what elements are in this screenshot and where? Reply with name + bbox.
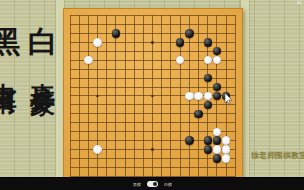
go-app-window: 黑 申真谞 白 辜梓豪 徐老师围棋教室 ✕ 黑棋 白棋 bbox=[0, 0, 304, 190]
grid-line-h bbox=[70, 167, 236, 168]
go-board[interactable] bbox=[63, 8, 243, 182]
black-stone bbox=[194, 110, 202, 118]
bottom-control-bar: 黑棋 白棋 bbox=[0, 177, 304, 190]
black-stone bbox=[176, 38, 184, 46]
star-point bbox=[96, 95, 99, 98]
star-point bbox=[151, 95, 154, 98]
black-stone bbox=[204, 101, 212, 109]
grid-line-v bbox=[161, 15, 162, 177]
black-stone bbox=[213, 47, 221, 55]
bar-white-label: 白棋 bbox=[164, 181, 172, 187]
bar-black-label: 黑棋 bbox=[133, 181, 141, 187]
black-stone bbox=[213, 136, 221, 144]
star-point bbox=[151, 148, 154, 151]
black-stone bbox=[112, 29, 120, 37]
toggle-knob bbox=[153, 182, 157, 186]
star-point bbox=[151, 41, 154, 44]
black-stone bbox=[204, 145, 212, 153]
white-stone bbox=[176, 56, 184, 64]
black-stone bbox=[213, 154, 221, 162]
white-stone bbox=[222, 136, 230, 144]
white-player-color-label: 白 bbox=[28, 27, 58, 57]
white-stone bbox=[204, 56, 212, 64]
black-stone bbox=[204, 74, 212, 82]
white-stone bbox=[84, 56, 92, 64]
black-stone bbox=[185, 29, 193, 37]
white-stone bbox=[222, 145, 230, 153]
player-toggle[interactable] bbox=[147, 181, 158, 187]
grid-line-v bbox=[235, 15, 236, 177]
watermark-text: 徐老师围棋教室 bbox=[251, 150, 304, 161]
white-stone bbox=[213, 128, 221, 136]
white-stone bbox=[194, 92, 202, 100]
black-player-color-label: 黑 bbox=[0, 27, 20, 57]
white-stone bbox=[222, 154, 230, 162]
grid-line-h bbox=[70, 131, 236, 132]
white-stone bbox=[213, 145, 221, 153]
black-stone bbox=[185, 136, 193, 144]
mouse-cursor-icon bbox=[224, 93, 233, 104]
black-stone bbox=[213, 92, 221, 100]
grid-line-h bbox=[70, 113, 236, 114]
white-stone bbox=[93, 145, 101, 153]
white-player-name: 辜梓豪 bbox=[30, 62, 55, 74]
white-stone bbox=[213, 56, 221, 64]
black-stone bbox=[204, 136, 212, 144]
close-icon[interactable]: ✕ bbox=[296, 0, 302, 7]
grid-line-v bbox=[170, 15, 171, 177]
grid-line-h bbox=[70, 158, 236, 159]
white-stone bbox=[93, 38, 101, 46]
grid-line-h bbox=[70, 122, 236, 123]
black-player-name: 申真谞 bbox=[0, 62, 17, 74]
black-stone bbox=[213, 83, 221, 91]
white-stone bbox=[185, 92, 193, 100]
white-stone bbox=[204, 92, 212, 100]
black-stone bbox=[204, 38, 212, 46]
